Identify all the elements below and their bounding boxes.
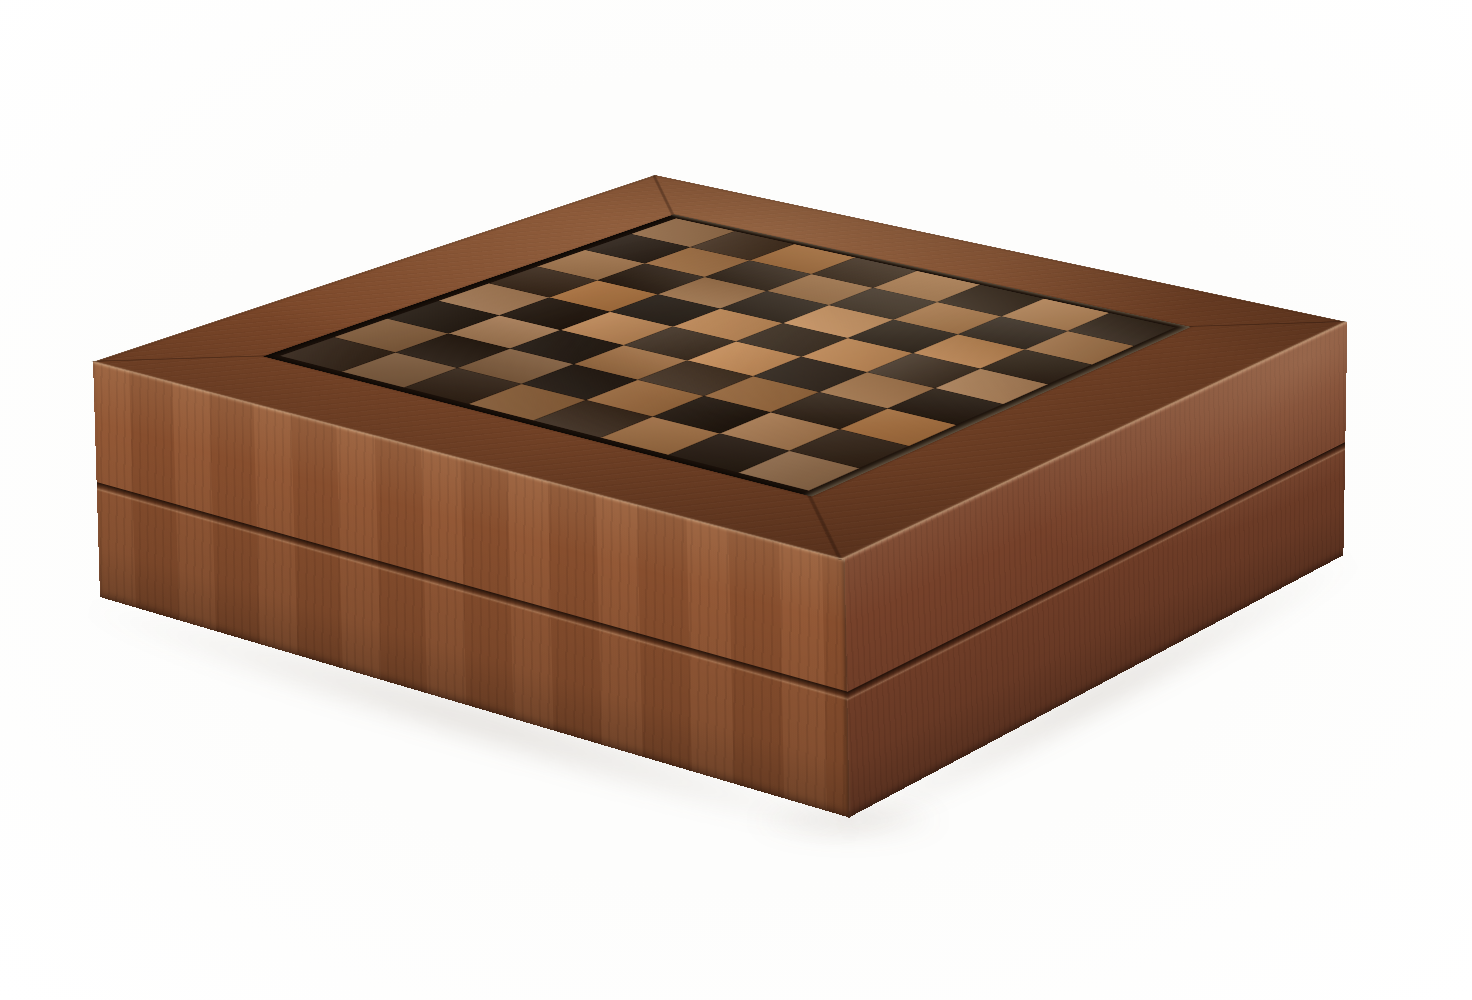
photo-background bbox=[0, 0, 1472, 1000]
